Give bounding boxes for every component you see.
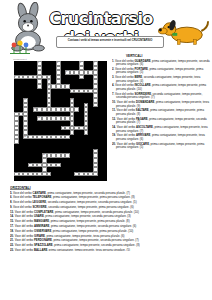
clue-number: 6	[15, 76, 16, 78]
clue-number: 1	[38, 62, 39, 64]
worksheet-page: { "game": "crucintarsio (Italian verb cr…	[0, 0, 212, 300]
clue-number: 17	[62, 126, 64, 128]
clue-item: 23. Voce del verbo BALLARE, prima coniug…	[10, 248, 211, 252]
clue-number: 14	[15, 112, 17, 114]
clue-item: 1. Voce del verbo GUARDARE, prima coniug…	[112, 59, 210, 66]
orizzontali-section: ORIZZONTALI 5. Voce del verbo CANTARE, p…	[10, 186, 210, 300]
clue-item: 14. Voce del verbo ASCOLTARE, prima coni…	[112, 125, 210, 132]
clue-item: 20. Voce del verbo GIOCARE, prima coniug…	[112, 142, 210, 149]
instruction-box: Coniuga i verbi al tempo presente e inse…	[56, 36, 164, 48]
page-title: Crucintarsio dei verbi	[36, 9, 166, 37]
clue-item: 18. Voce del verbo OSSERVARE, prima coni…	[10, 229, 211, 233]
clue-item: 7. Voce del verbo SORRIDERE, seconda con…	[112, 92, 210, 99]
clue-item: 12. Voce del verbo PAGARE, prima coniuga…	[112, 117, 210, 124]
verticali-list: 1. Voce del verbo GUARDARE, prima coniug…	[112, 59, 210, 149]
clue-number: 12	[85, 103, 87, 105]
instruction-text: Coniuga i verbi al tempo presente e inse…	[57, 37, 163, 41]
clue-item: 10. Voce del verbo DOMANDARE, prima coni…	[112, 100, 210, 107]
clue-number: 4	[94, 62, 95, 64]
clue-number: 2	[57, 62, 58, 64]
clue-number: 8	[48, 85, 49, 87]
clue-item: 9. Voce del verbo SCRIVERE, seconda coni…	[10, 205, 211, 209]
clue-item: 6. Voce del verbo TELEFONARE, prima coni…	[10, 196, 211, 200]
clue-item: 22. Voce del verbo SPAZZOLARE, prima con…	[10, 243, 211, 247]
clue-number: 9	[71, 89, 72, 91]
clue-number: 5	[66, 71, 67, 73]
site-logo-caption: giochiecolori.it	[7, 58, 33, 60]
clue-number: 21	[29, 163, 31, 165]
clue-number: 7	[48, 80, 49, 82]
clue-item: 17. Voce del verbo AMMIRARE, prima coniu…	[10, 224, 211, 228]
clue-number: 18	[24, 136, 26, 138]
clue-item: 20. Voce del verbo GIRARE, prima coniuga…	[10, 234, 211, 238]
site-logo: giochiecolori.it	[7, 40, 33, 60]
dog-pluto-icon	[158, 16, 210, 46]
clue-item: 8. Voce del verbo LEGGERE, seconda coniu…	[10, 200, 211, 204]
clue-item: 19. Voce del verbo ARRIVARE, prima coniu…	[112, 134, 210, 141]
clue-item: 13. Voce del verbo COMPLETARE, prima con…	[10, 210, 211, 214]
orizzontali-list: 5. Voce del verbo CANTARE, prima coniuga…	[10, 191, 211, 252]
clue-item: 15. Voce del verbo MANGIARE, prima coniu…	[10, 219, 211, 223]
clue-number: 13	[34, 108, 36, 110]
crossword-cell-black	[102, 176, 107, 181]
clue-item: 4. Voce del verbo INCOLLARE, prima coniu…	[112, 84, 210, 91]
verticali-heading: VERTICALI	[126, 54, 210, 58]
clue-number: 3	[80, 62, 81, 64]
clue-item: 2. Voce del verbo PORTARE, prima coniuga…	[112, 67, 210, 74]
clue-number: 10	[24, 99, 26, 101]
clue-number: 20	[43, 154, 45, 156]
orizzontali-heading: ORIZZONTALI	[10, 186, 211, 190]
clue-number: 22	[15, 172, 17, 174]
clue-item: 14. Voce del verbo USARE, prima coniugaz…	[10, 215, 211, 219]
clue-number: 23	[76, 172, 78, 174]
clue-item: 21. Voce del verbo PERDONARE, prima coni…	[10, 239, 211, 243]
clue-item: 3. Voce del verbo BERE, seconda coniugaz…	[112, 75, 210, 82]
crossword-grid: 12345678910111213141517181920212223	[14, 61, 107, 181]
clue-item: 5. Voce del verbo CANTARE, prima coniuga…	[10, 191, 211, 195]
clue-item: 11. Voce del verbo SALTARE, prima coniug…	[112, 109, 210, 116]
clue-number: 11	[71, 99, 73, 101]
clue-number: 19	[94, 149, 96, 151]
clue-number: 15	[38, 117, 40, 119]
flowers-logo-icon	[9, 40, 31, 54]
